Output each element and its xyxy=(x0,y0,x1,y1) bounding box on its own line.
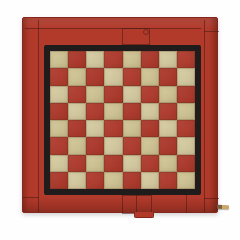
square-r1c2[interactable] xyxy=(68,51,86,68)
top-frame-seam xyxy=(25,28,201,29)
square-r8c2[interactable] xyxy=(68,172,86,189)
square-r4c8[interactable] xyxy=(177,103,195,120)
top-cleat-hook-mark xyxy=(143,29,149,35)
square-r5c4[interactable] xyxy=(104,120,122,137)
square-r5c3[interactable] xyxy=(86,120,104,137)
square-r2c5[interactable] xyxy=(123,68,141,85)
left-bottom-seam xyxy=(23,197,39,198)
square-r6c8[interactable] xyxy=(177,137,195,154)
square-r3c2[interactable] xyxy=(68,86,86,103)
photo-background xyxy=(0,0,240,240)
square-r7c6[interactable] xyxy=(141,155,159,172)
square-r3c7[interactable] xyxy=(159,86,177,103)
square-r8c1[interactable] xyxy=(50,172,68,189)
square-r7c1[interactable] xyxy=(50,155,68,172)
square-r2c7[interactable] xyxy=(159,68,177,85)
square-r6c5[interactable] xyxy=(123,137,141,154)
square-r2c1[interactable] xyxy=(50,68,68,85)
square-r6c4[interactable] xyxy=(104,137,122,154)
square-r1c4[interactable] xyxy=(104,51,122,68)
square-r3c8[interactable] xyxy=(177,86,195,103)
checkerboard-grid xyxy=(50,51,195,189)
square-r1c5[interactable] xyxy=(123,51,141,68)
square-r6c1[interactable] xyxy=(50,137,68,154)
square-r5c8[interactable] xyxy=(177,120,195,137)
square-r1c1[interactable] xyxy=(50,51,68,68)
square-r4c1[interactable] xyxy=(50,103,68,120)
square-r2c3[interactable] xyxy=(86,68,104,85)
right-top-seam xyxy=(204,31,219,32)
square-r1c6[interactable] xyxy=(141,51,159,68)
square-r7c8[interactable] xyxy=(177,155,195,172)
square-r5c7[interactable] xyxy=(159,120,177,137)
square-r4c3[interactable] xyxy=(86,103,104,120)
right-bottom-seam xyxy=(204,198,219,199)
square-r4c5[interactable] xyxy=(123,103,141,120)
square-r2c6[interactable] xyxy=(141,68,159,85)
square-r8c5[interactable] xyxy=(123,172,141,189)
square-r5c6[interactable] xyxy=(141,120,159,137)
checkers-board xyxy=(22,17,218,213)
bottom-right-frame-seam xyxy=(186,195,187,213)
square-r3c4[interactable] xyxy=(104,86,122,103)
square-r8c8[interactable] xyxy=(177,172,195,189)
left-endcap-seam xyxy=(38,20,39,212)
square-r4c4[interactable] xyxy=(104,103,122,120)
square-r6c3[interactable] xyxy=(86,137,104,154)
square-r8c6[interactable] xyxy=(141,172,159,189)
black-border-frame xyxy=(44,45,201,195)
square-r6c6[interactable] xyxy=(141,137,159,154)
square-r2c4[interactable] xyxy=(104,68,122,85)
square-r6c2[interactable] xyxy=(68,137,86,154)
square-r5c2[interactable] xyxy=(68,120,86,137)
square-r5c5[interactable] xyxy=(123,120,141,137)
square-r7c4[interactable] xyxy=(104,155,122,172)
square-r8c4[interactable] xyxy=(104,172,122,189)
square-r7c3[interactable] xyxy=(86,155,104,172)
square-r4c2[interactable] xyxy=(68,103,86,120)
square-r7c2[interactable] xyxy=(68,155,86,172)
square-r6c7[interactable] xyxy=(159,137,177,154)
square-r2c2[interactable] xyxy=(68,68,86,85)
square-r3c3[interactable] xyxy=(86,86,104,103)
square-r1c7[interactable] xyxy=(159,51,177,68)
square-r8c3[interactable] xyxy=(86,172,104,189)
right-endcap-seam xyxy=(204,20,205,212)
square-r8c7[interactable] xyxy=(159,172,177,189)
square-r2c8[interactable] xyxy=(177,68,195,85)
square-r3c5[interactable] xyxy=(123,86,141,103)
square-r4c6[interactable] xyxy=(141,103,159,120)
brass-hinge-pin xyxy=(217,205,229,209)
square-r3c1[interactable] xyxy=(50,86,68,103)
square-r3c6[interactable] xyxy=(141,86,159,103)
square-r5c1[interactable] xyxy=(50,120,68,137)
square-r4c7[interactable] xyxy=(159,103,177,120)
square-r7c7[interactable] xyxy=(159,155,177,172)
square-r1c8[interactable] xyxy=(177,51,195,68)
square-r1c3[interactable] xyxy=(86,51,104,68)
square-r7c5[interactable] xyxy=(123,155,141,172)
bottom-center-tab xyxy=(134,212,154,218)
